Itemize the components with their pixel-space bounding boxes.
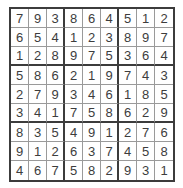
sudoku-cell: 8 — [65, 9, 83, 28]
sudoku-cell: 9 — [101, 66, 119, 85]
sudoku-cell: 4 — [119, 142, 137, 161]
sudoku-cell: 4 — [65, 123, 83, 142]
sudoku-cell: 8 — [119, 28, 137, 47]
sudoku-cell: 7 — [11, 9, 29, 28]
sudoku-cell: 9 — [155, 104, 173, 123]
sudoku-cell: 2 — [11, 85, 29, 104]
sudoku-cell: 4 — [137, 66, 155, 85]
sudoku-cell: 7 — [155, 28, 173, 47]
sudoku-cell: 5 — [101, 47, 119, 66]
sudoku-cell: 1 — [119, 85, 137, 104]
sudoku-cell: 7 — [119, 66, 137, 85]
sudoku-cell: 5 — [155, 85, 173, 104]
sudoku-cell: 5 — [119, 9, 137, 28]
sudoku-cell: 3 — [101, 28, 119, 47]
sudoku-cell: 9 — [137, 28, 155, 47]
sudoku-cell: 6 — [83, 9, 101, 28]
sudoku-cell: 3 — [137, 161, 155, 180]
sudoku-cell: 3 — [29, 123, 47, 142]
sudoku-cell: 6 — [155, 123, 173, 142]
sudoku-cell: 6 — [137, 47, 155, 66]
sudoku-cell: 5 — [83, 104, 101, 123]
sudoku-cell: 6 — [11, 28, 29, 47]
sudoku-cell: 3 — [119, 47, 137, 66]
sudoku-cell: 4 — [11, 161, 29, 180]
sudoku-cell: 6 — [29, 161, 47, 180]
sudoku-cell: 2 — [101, 161, 119, 180]
sudoku-cell: 4 — [83, 85, 101, 104]
sudoku-cell: 1 — [83, 66, 101, 85]
sudoku-cell: 4 — [29, 104, 47, 123]
sudoku-cell: 2 — [83, 28, 101, 47]
sudoku-cell: 8 — [155, 142, 173, 161]
sudoku-cell: 1 — [137, 9, 155, 28]
sudoku-cell: 9 — [65, 47, 83, 66]
sudoku-cell: 3 — [83, 142, 101, 161]
sudoku-cell: 2 — [155, 9, 173, 28]
sudoku-cell: 7 — [83, 47, 101, 66]
sudoku-cell: 5 — [29, 28, 47, 47]
sudoku-cell: 6 — [119, 104, 137, 123]
sudoku-cell: 8 — [29, 66, 47, 85]
sudoku-cell: 6 — [101, 85, 119, 104]
sudoku-cell: 5 — [47, 123, 65, 142]
sudoku-cell: 5 — [137, 142, 155, 161]
sudoku-cell: 2 — [137, 104, 155, 123]
sudoku-cell: 4 — [101, 9, 119, 28]
sudoku-cell: 4 — [155, 47, 173, 66]
sudoku-cell: 9 — [83, 123, 101, 142]
sudoku-cell: 7 — [101, 142, 119, 161]
sudoku-cell: 2 — [29, 47, 47, 66]
sudoku-cell: 7 — [47, 161, 65, 180]
sudoku-cell: 5 — [65, 161, 83, 180]
sudoku-cell: 1 — [101, 123, 119, 142]
sudoku-cell: 3 — [11, 104, 29, 123]
sudoku-cell: 9 — [29, 9, 47, 28]
sudoku-cell: 2 — [47, 142, 65, 161]
sudoku-cell: 4 — [47, 28, 65, 47]
sudoku-cell: 1 — [11, 47, 29, 66]
sudoku-cell: 3 — [47, 9, 65, 28]
sudoku-cell: 7 — [137, 123, 155, 142]
sudoku-cell: 8 — [11, 123, 29, 142]
sudoku-cell: 1 — [29, 142, 47, 161]
sudoku-cell: 7 — [65, 104, 83, 123]
sudoku-cell: 8 — [83, 161, 101, 180]
sudoku-cell: 3 — [155, 66, 173, 85]
sudoku-cell: 9 — [119, 161, 137, 180]
sudoku-cell: 2 — [65, 66, 83, 85]
sudoku-cell: 8 — [137, 85, 155, 104]
sudoku-cell: 7 — [29, 85, 47, 104]
sudoku-cell: 1 — [47, 104, 65, 123]
sudoku-cell: 3 — [65, 85, 83, 104]
sudoku-cell: 2 — [119, 123, 137, 142]
sudoku-board: 7938645126541238971289753645862197432793… — [9, 7, 175, 182]
sudoku-cell: 1 — [65, 28, 83, 47]
sudoku-cell: 8 — [47, 47, 65, 66]
sudoku-cell: 6 — [47, 66, 65, 85]
sudoku-cell: 9 — [11, 142, 29, 161]
sudoku-cell: 1 — [155, 161, 173, 180]
sudoku-cell: 5 — [11, 66, 29, 85]
sudoku-cell: 9 — [47, 85, 65, 104]
sudoku-cell: 6 — [65, 142, 83, 161]
sudoku-cell: 8 — [101, 104, 119, 123]
